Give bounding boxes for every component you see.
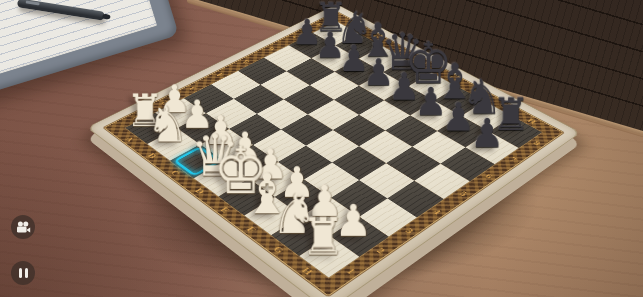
white-rook[interactable]: ♜	[259, 214, 387, 260]
camera-view-button[interactable]	[11, 215, 35, 239]
pause-icon	[19, 268, 28, 278]
black-pawn[interactable]: ♟	[430, 115, 543, 151]
chess-app-scene: ABCDEFGH ABCDEFGH 87654321 87654321 ♜♞♝♛…	[0, 0, 643, 297]
pause-button[interactable]	[11, 261, 35, 285]
video-camera-icon	[16, 221, 31, 234]
